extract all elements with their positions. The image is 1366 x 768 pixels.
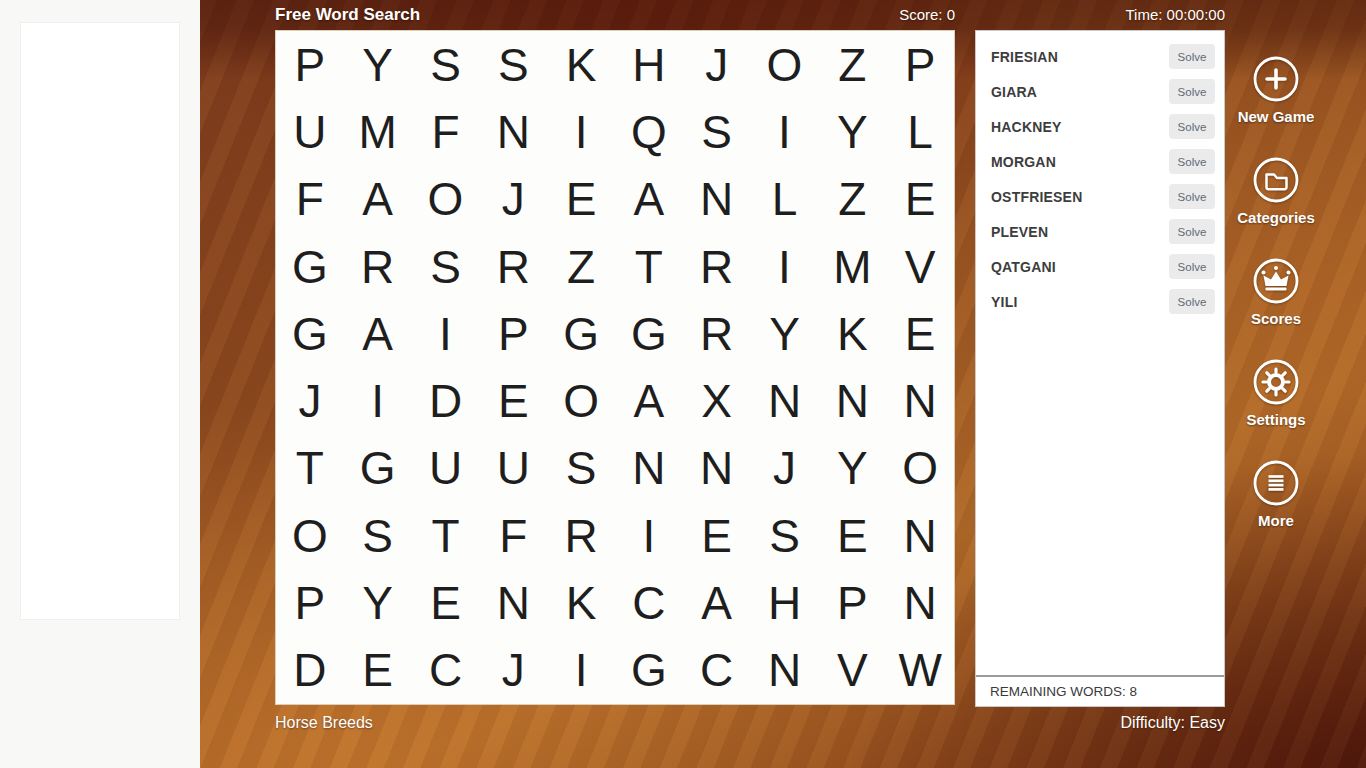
ad-placeholder bbox=[20, 22, 180, 620]
grid-cell[interactable]: S bbox=[547, 435, 615, 502]
grid-cell[interactable]: Z bbox=[818, 31, 886, 98]
word-label: YILI bbox=[991, 294, 1017, 310]
grid-cell[interactable]: C bbox=[615, 569, 683, 636]
solve-button[interactable]: Solve bbox=[1169, 184, 1215, 209]
grid-cell[interactable]: M bbox=[818, 233, 886, 300]
menu-item-categories[interactable]: Categories bbox=[1237, 156, 1315, 227]
grid-cell[interactable]: E bbox=[547, 166, 615, 233]
category-label: Horse Breeds bbox=[275, 714, 373, 732]
grid-cell[interactable]: U bbox=[412, 435, 480, 502]
grid-cell[interactable]: S bbox=[479, 31, 547, 98]
grid-cell[interactable]: O bbox=[276, 502, 344, 569]
grid-cell[interactable]: F bbox=[412, 98, 480, 165]
menu-item-label: Categories bbox=[1237, 208, 1315, 227]
grid-cell[interactable]: N bbox=[479, 569, 547, 636]
word-item: MORGANSolve bbox=[976, 144, 1224, 179]
word-item: OSTFRIESENSolve bbox=[976, 179, 1224, 214]
grid-cell[interactable]: R bbox=[683, 233, 751, 300]
grid-cell[interactable]: E bbox=[412, 569, 480, 636]
grid-cell[interactable]: S bbox=[344, 502, 412, 569]
grid-cell[interactable]: E bbox=[886, 300, 954, 367]
grid-cell[interactable]: U bbox=[479, 435, 547, 502]
grid-cell[interactable]: O bbox=[751, 31, 819, 98]
remaining-words: REMAINING WORDS: 8 bbox=[976, 675, 1224, 706]
grid-cell[interactable]: M bbox=[344, 98, 412, 165]
grid-cell[interactable]: V bbox=[886, 233, 954, 300]
grid-cell[interactable]: N bbox=[886, 569, 954, 636]
grid-cell[interactable]: O bbox=[547, 368, 615, 435]
difficulty-label: Difficulty: Easy bbox=[1120, 714, 1225, 732]
gear-icon bbox=[1252, 358, 1300, 406]
grid-cell[interactable]: G bbox=[615, 300, 683, 367]
letter-grid: PYSSKHJOZPUMFNIQSIYLFAOJEANLZEGRSRZTRIMV… bbox=[275, 30, 955, 705]
folder-icon bbox=[1252, 156, 1300, 204]
grid-cell[interactable]: D bbox=[412, 368, 480, 435]
grid-cell[interactable]: Z bbox=[547, 233, 615, 300]
grid-cell[interactable]: I bbox=[615, 502, 683, 569]
grid-cell[interactable]: F bbox=[276, 166, 344, 233]
grid-cell[interactable]: H bbox=[751, 569, 819, 636]
grid-cell[interactable]: T bbox=[615, 233, 683, 300]
word-label: FRIESIAN bbox=[991, 49, 1058, 65]
grid-cell[interactable]: Y bbox=[818, 98, 886, 165]
grid-cell[interactable]: E bbox=[683, 502, 751, 569]
word-item: PLEVENSolve bbox=[976, 214, 1224, 249]
grid-cell[interactable]: P bbox=[276, 31, 344, 98]
grid-cell[interactable]: J bbox=[276, 368, 344, 435]
grid-cell[interactable]: E bbox=[479, 368, 547, 435]
grid-cell[interactable]: N bbox=[683, 435, 751, 502]
grid-cell[interactable]: E bbox=[818, 502, 886, 569]
grid-cell[interactable]: C bbox=[412, 637, 480, 704]
grid-cell[interactable]: S bbox=[412, 233, 480, 300]
word-label: PLEVEN bbox=[991, 224, 1048, 240]
solve-button[interactable]: Solve bbox=[1169, 79, 1215, 104]
grid-cell[interactable]: E bbox=[344, 637, 412, 704]
grid-cell[interactable]: A bbox=[683, 569, 751, 636]
word-item: GIARASolve bbox=[976, 74, 1224, 109]
menu-item-new-game[interactable]: New Game bbox=[1238, 55, 1315, 126]
grid-cell[interactable]: N bbox=[615, 435, 683, 502]
grid-cell[interactable]: X bbox=[683, 368, 751, 435]
grid-cell[interactable]: T bbox=[412, 502, 480, 569]
grid-cell[interactable]: J bbox=[683, 31, 751, 98]
word-label: OSTFRIESEN bbox=[991, 189, 1082, 205]
grid-cell[interactable]: N bbox=[751, 637, 819, 704]
grid-cell[interactable]: J bbox=[751, 435, 819, 502]
grid-cell[interactable]: N bbox=[818, 368, 886, 435]
grid-cell[interactable]: W bbox=[886, 637, 954, 704]
menu-item-label: Scores bbox=[1251, 309, 1301, 328]
grid-cell[interactable]: Y bbox=[344, 31, 412, 98]
grid-cell[interactable]: A bbox=[615, 368, 683, 435]
word-item: HACKNEYSolve bbox=[976, 109, 1224, 144]
grid-cell[interactable]: I bbox=[547, 637, 615, 704]
grid-cell[interactable]: N bbox=[886, 368, 954, 435]
grid-cell[interactable]: P bbox=[886, 31, 954, 98]
grid-cell[interactable]: G bbox=[276, 300, 344, 367]
word-label: GIARA bbox=[991, 84, 1037, 100]
menu-item-label: More bbox=[1258, 511, 1294, 530]
grid-cell[interactable]: Y bbox=[344, 569, 412, 636]
solve-button[interactable]: Solve bbox=[1169, 149, 1215, 174]
menu-item-scores[interactable]: Scores bbox=[1251, 257, 1301, 328]
menu-icon bbox=[1252, 459, 1300, 507]
menu-item-label: New Game bbox=[1238, 107, 1315, 126]
grid-cell[interactable]: J bbox=[479, 637, 547, 704]
grid-cell[interactable]: A bbox=[344, 300, 412, 367]
grid-cell[interactable]: O bbox=[886, 435, 954, 502]
grid-cell[interactable]: T bbox=[276, 435, 344, 502]
grid-cell[interactable]: C bbox=[683, 637, 751, 704]
grid-cell[interactable]: A bbox=[344, 166, 412, 233]
grid-cell[interactable]: P bbox=[818, 569, 886, 636]
grid-cell[interactable]: A bbox=[615, 166, 683, 233]
grid-cell[interactable]: N bbox=[479, 98, 547, 165]
grid-cell[interactable]: K bbox=[547, 569, 615, 636]
left-rail bbox=[0, 0, 200, 768]
timer-display: Time: 00:00:00 bbox=[1126, 6, 1226, 23]
crown-icon bbox=[1252, 257, 1300, 305]
solve-button[interactable]: Solve bbox=[1169, 44, 1215, 69]
solve-button[interactable]: Solve bbox=[1169, 219, 1215, 244]
menu-item-label: Settings bbox=[1246, 410, 1305, 429]
grid-cell[interactable]: G bbox=[344, 435, 412, 502]
solve-button[interactable]: Solve bbox=[1169, 254, 1215, 279]
menu-item-more[interactable]: More bbox=[1252, 459, 1300, 530]
word-label: MORGAN bbox=[991, 154, 1056, 170]
menu-rail: New GameCategoriesScoresSettingsMore bbox=[1216, 55, 1336, 530]
grid-cell[interactable]: D bbox=[276, 637, 344, 704]
app-window: Free Word Search Score: 0 Time: 00:00:00… bbox=[0, 0, 1366, 768]
grid-cell[interactable]: R bbox=[344, 233, 412, 300]
grid-cell[interactable]: I bbox=[412, 300, 480, 367]
grid-cell[interactable]: Y bbox=[818, 435, 886, 502]
grid-cell[interactable]: J bbox=[479, 166, 547, 233]
grid-cell[interactable]: Z bbox=[818, 166, 886, 233]
grid-cell[interactable]: O bbox=[412, 166, 480, 233]
grid-cell[interactable]: N bbox=[683, 166, 751, 233]
grid-cell[interactable]: I bbox=[751, 233, 819, 300]
solve-button[interactable]: Solve bbox=[1169, 289, 1215, 314]
grid-cell[interactable]: K bbox=[818, 300, 886, 367]
grid-cell[interactable]: I bbox=[547, 98, 615, 165]
solve-button[interactable]: Solve bbox=[1169, 114, 1215, 139]
page-title: Free Word Search bbox=[275, 5, 420, 25]
grid-cell[interactable]: R bbox=[479, 233, 547, 300]
grid-cell[interactable]: V bbox=[818, 637, 886, 704]
word-label: QATGANI bbox=[991, 259, 1056, 275]
grid-cell[interactable]: K bbox=[547, 31, 615, 98]
grid-cell[interactable]: S bbox=[412, 31, 480, 98]
word-label: HACKNEY bbox=[991, 119, 1062, 135]
plus-icon bbox=[1252, 55, 1300, 103]
game-area: Free Word Search Score: 0 Time: 00:00:00… bbox=[200, 0, 1366, 768]
word-item: FRIESIANSolve bbox=[976, 39, 1224, 74]
grid-cell[interactable]: I bbox=[344, 368, 412, 435]
grid-cell[interactable]: R bbox=[683, 300, 751, 367]
grid-cell[interactable]: Q bbox=[615, 98, 683, 165]
grid-cell[interactable]: G bbox=[615, 637, 683, 704]
grid-cell[interactable]: I bbox=[751, 98, 819, 165]
score-display: Score: 0 bbox=[899, 6, 955, 23]
word-list: FRIESIANSolveGIARASolveHACKNEYSolveMORGA… bbox=[976, 31, 1224, 319]
grid-cell[interactable]: E bbox=[886, 166, 954, 233]
word-item: YILISolve bbox=[976, 284, 1224, 319]
grid-cell[interactable]: F bbox=[479, 502, 547, 569]
grid-cell[interactable]: P bbox=[479, 300, 547, 367]
grid-cell[interactable]: S bbox=[683, 98, 751, 165]
menu-item-settings[interactable]: Settings bbox=[1246, 358, 1305, 429]
grid-cell[interactable]: R bbox=[547, 502, 615, 569]
grid-cell[interactable]: H bbox=[615, 31, 683, 98]
grid-cell[interactable]: Y bbox=[751, 300, 819, 367]
grid-cell[interactable]: P bbox=[276, 569, 344, 636]
grid-cell[interactable]: G bbox=[547, 300, 615, 367]
grid-cell[interactable]: L bbox=[751, 166, 819, 233]
grid-cell[interactable]: U bbox=[276, 98, 344, 165]
grid-cell[interactable]: L bbox=[886, 98, 954, 165]
grid-cell[interactable]: S bbox=[751, 502, 819, 569]
word-item: QATGANISolve bbox=[976, 249, 1224, 284]
grid-cell[interactable]: N bbox=[751, 368, 819, 435]
word-panel: FRIESIANSolveGIARASolveHACKNEYSolveMORGA… bbox=[975, 30, 1225, 707]
grid-cell[interactable]: N bbox=[886, 502, 954, 569]
grid-cell[interactable]: G bbox=[276, 233, 344, 300]
